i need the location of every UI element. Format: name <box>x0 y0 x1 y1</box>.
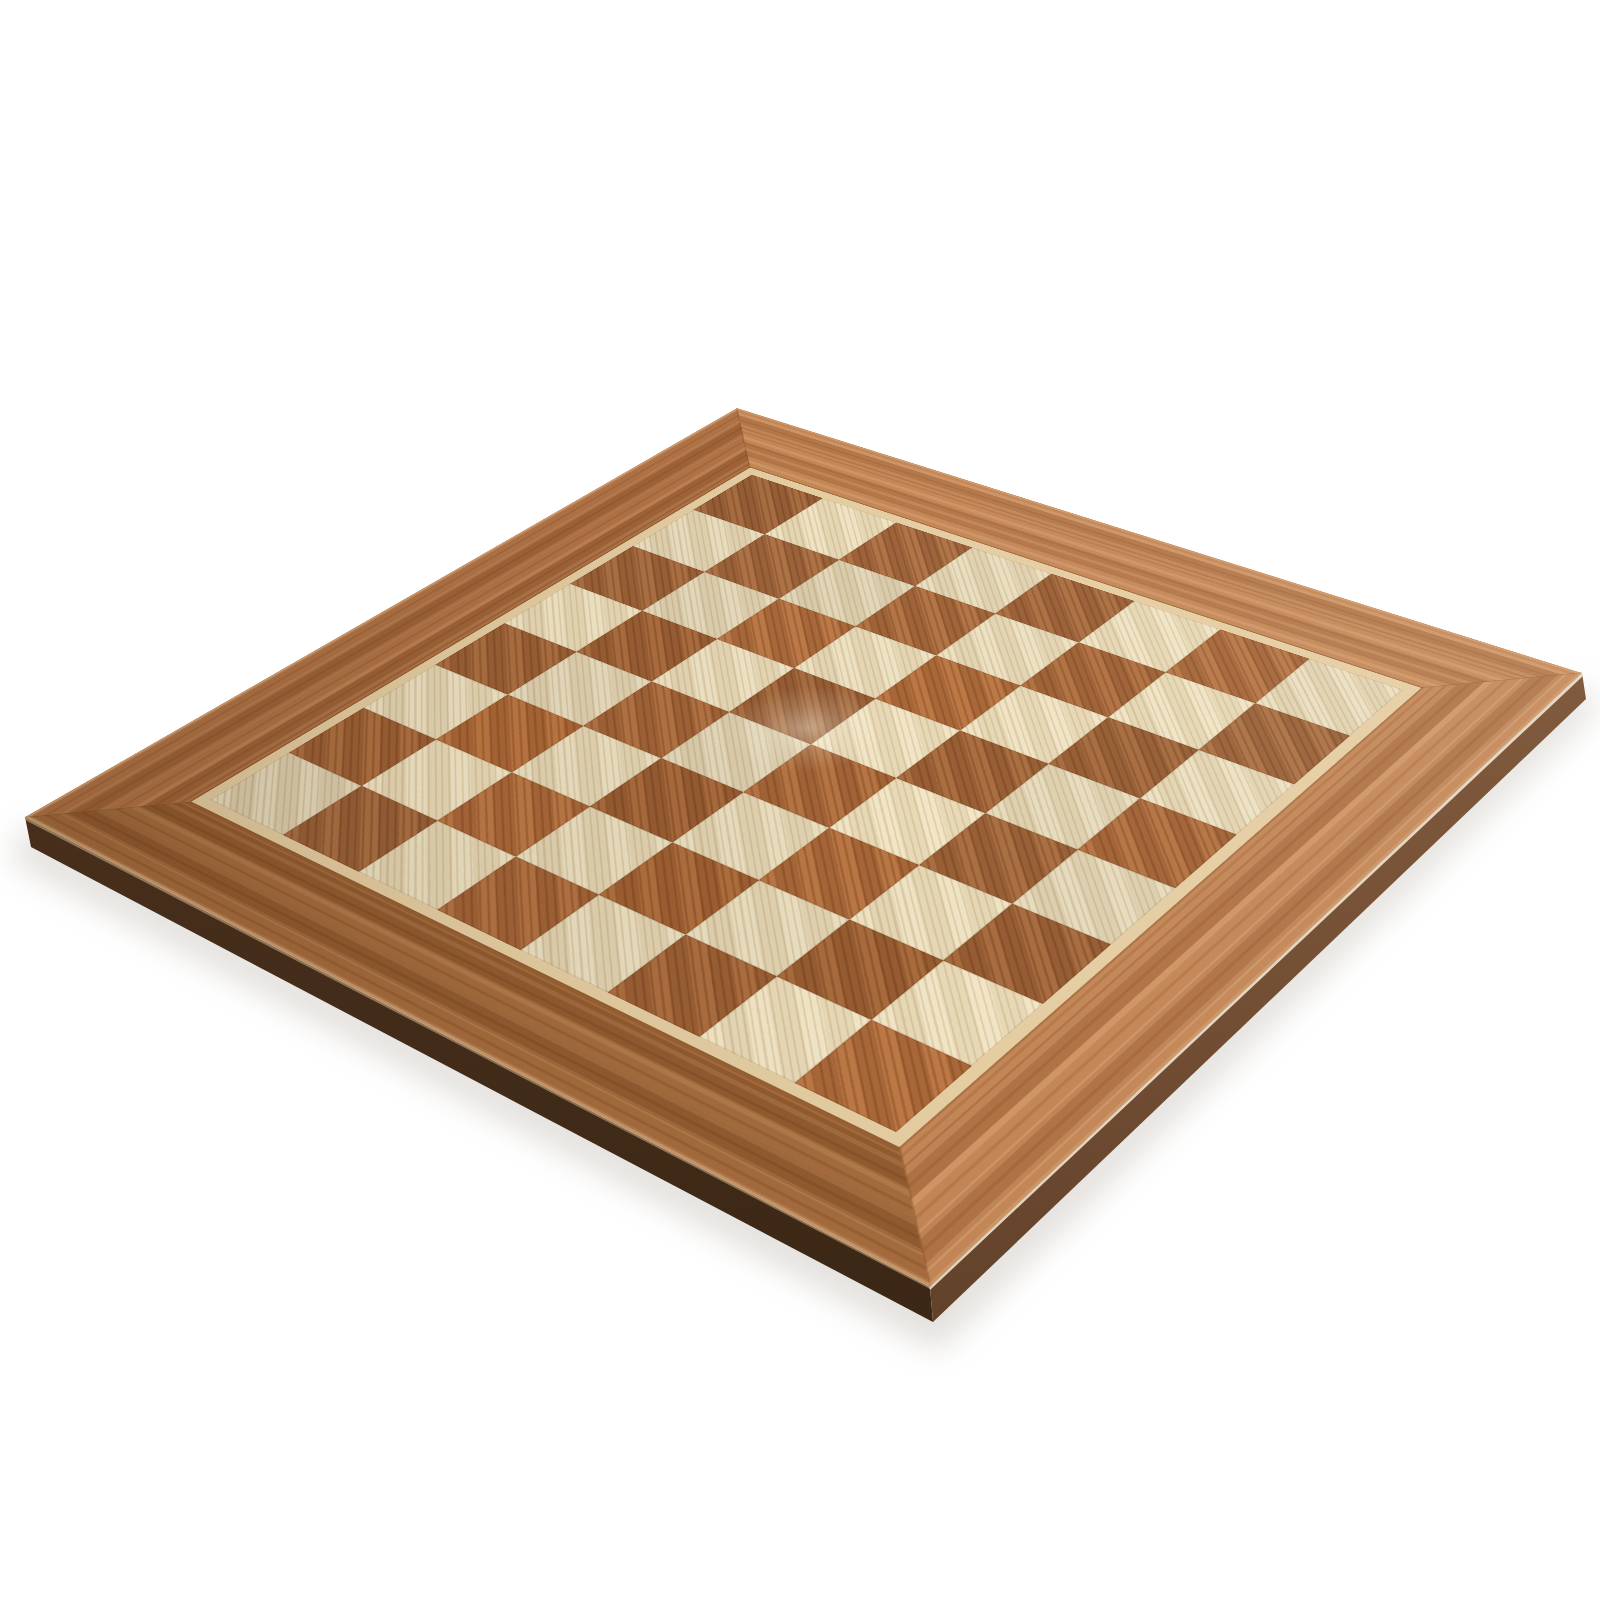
photo-background <box>0 0 1600 1600</box>
